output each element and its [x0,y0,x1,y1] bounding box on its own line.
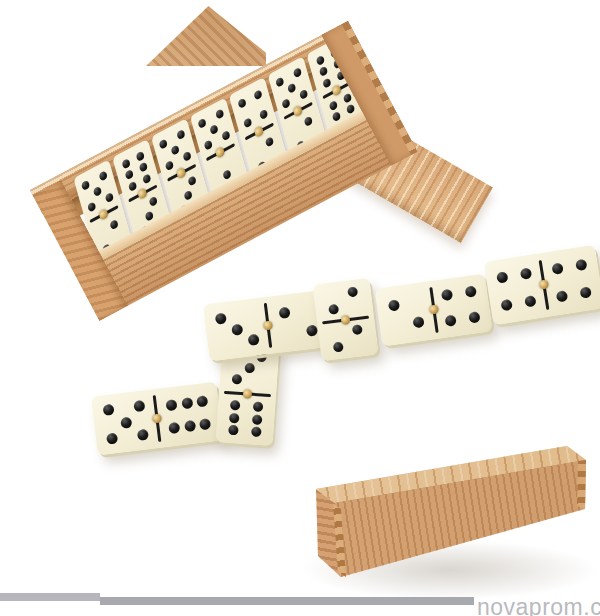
pip [575,258,588,271]
pip [329,99,338,111]
pip [251,427,262,438]
pip [465,286,477,298]
pip [243,117,252,129]
pip [253,89,262,101]
pip [110,218,119,230]
pip [444,314,456,326]
domino-half [153,382,223,448]
pip [149,196,158,208]
box-lid-back-corner [146,6,266,66]
pip [412,316,424,328]
watermark-text: novaprom.com [477,594,600,616]
domino-half [216,392,276,446]
pip [229,413,240,424]
pip [230,400,241,411]
pip [244,363,255,374]
pip [343,92,352,104]
pip [81,179,90,191]
pip [238,97,247,109]
pip [275,76,284,88]
domino-half [91,389,161,455]
pip [183,190,192,202]
pip [352,324,363,335]
pip [176,129,185,141]
pip [299,89,308,101]
pip [346,103,355,115]
chain-domino-5 [375,274,493,347]
pip [128,180,137,192]
pip [182,151,191,163]
wood-grain [146,6,266,66]
pip [551,262,564,275]
pip [142,173,151,185]
pip [319,65,328,77]
pip [165,160,174,172]
pip [316,54,325,66]
pip [332,111,341,123]
pip [196,395,208,407]
pip [228,425,239,436]
pip [247,334,259,346]
pip [121,157,130,169]
pip [159,138,168,150]
pip [171,144,180,156]
pip [168,422,180,434]
pip [133,400,145,412]
pip [441,289,453,301]
pip [184,420,196,432]
scrollbar-track[interactable] [100,597,474,605]
pip [252,414,263,425]
pip [187,175,196,187]
pip [278,307,290,319]
domino-half [203,297,271,361]
pip [104,192,113,204]
pip [136,150,145,162]
pip [231,323,243,335]
pip [139,161,148,173]
scrollbar-thumb[interactable] [0,593,100,601]
chain-domino-4-double [313,278,379,361]
pip [496,271,509,284]
pip [287,82,296,94]
pip [524,295,537,308]
chain-domino-3 [203,290,332,362]
pip [387,299,399,311]
pip [103,404,115,416]
pip [209,124,218,136]
pip [98,170,107,182]
pip [165,399,177,411]
pip [145,210,154,222]
pip [259,109,268,121]
pip [232,374,243,385]
pip [136,428,148,440]
chain-domino-1 [91,382,223,456]
pip [199,418,211,430]
pip [181,397,193,409]
pip [93,186,102,198]
dominoes-product-photo: novaprom.com [0,0,600,616]
pip [215,312,227,324]
pip [120,416,132,428]
pip [215,108,224,120]
pip [469,311,481,323]
pip [305,324,317,336]
pip [125,169,134,181]
pip [520,267,533,280]
pip [500,299,513,312]
pip [204,139,213,151]
pip [333,342,344,353]
pip [265,136,274,148]
brass-spinner [152,413,162,423]
pip [304,115,313,127]
pip [292,67,301,79]
pip [555,290,568,303]
pip [322,77,331,89]
domino-half [375,281,438,346]
pip [580,286,593,299]
pip [282,98,291,110]
pip [347,286,358,297]
pip [198,117,207,129]
chain-domino-6 [484,245,600,326]
pip [222,169,231,181]
pip [328,304,339,315]
pip [87,201,96,213]
pip [253,402,264,413]
pip [106,432,118,444]
domino-half [429,274,492,339]
pip [221,130,230,142]
